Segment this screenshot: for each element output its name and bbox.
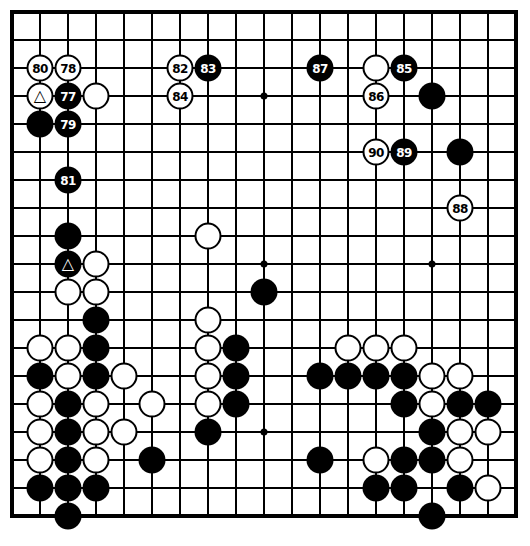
intersection-4-11[interactable] (82, 278, 110, 306)
intersection-10-11[interactable] (250, 278, 278, 306)
intersection-19-5[interactable] (502, 110, 530, 138)
intersection-11-4[interactable] (278, 82, 306, 110)
intersection-3-11[interactable] (54, 278, 82, 306)
intersection-18-5[interactable] (474, 110, 502, 138)
intersection-2-3[interactable]: 80 (26, 54, 54, 82)
intersection-13-14[interactable] (334, 362, 362, 390)
intersection-5-14[interactable] (110, 362, 138, 390)
intersection-5-8[interactable] (110, 194, 138, 222)
intersection-1-11[interactable] (0, 278, 26, 306)
intersection-4-18[interactable] (82, 474, 110, 502)
intersection-5-9[interactable] (110, 222, 138, 250)
intersection-17-11[interactable] (446, 278, 474, 306)
intersection-9-1[interactable] (222, 0, 250, 26)
intersection-15-17[interactable] (390, 446, 418, 474)
intersection-6-8[interactable] (138, 194, 166, 222)
intersection-15-6[interactable]: 89 (390, 138, 418, 166)
intersection-10-6[interactable] (250, 138, 278, 166)
intersection-16-14[interactable] (418, 362, 446, 390)
intersection-2-15[interactable] (26, 390, 54, 418)
intersection-7-2[interactable] (166, 26, 194, 54)
intersection-18-17[interactable] (474, 446, 502, 474)
intersection-9-2[interactable] (222, 26, 250, 54)
intersection-1-18[interactable] (0, 474, 26, 502)
intersection-10-12[interactable] (250, 306, 278, 334)
intersection-3-17[interactable] (54, 446, 82, 474)
intersection-1-14[interactable] (0, 362, 26, 390)
intersection-8-13[interactable] (194, 334, 222, 362)
intersection-9-12[interactable] (222, 306, 250, 334)
intersection-7-16[interactable] (166, 418, 194, 446)
intersection-13-9[interactable] (334, 222, 362, 250)
intersection-8-1[interactable] (194, 0, 222, 26)
intersection-3-3[interactable]: 78 (54, 54, 82, 82)
intersection-3-1[interactable] (54, 0, 82, 26)
intersection-4-3[interactable] (82, 54, 110, 82)
intersection-6-4[interactable] (138, 82, 166, 110)
intersection-17-15[interactable] (446, 390, 474, 418)
intersection-7-7[interactable] (166, 166, 194, 194)
intersection-16-2[interactable] (418, 26, 446, 54)
intersection-11-7[interactable] (278, 166, 306, 194)
intersection-4-7[interactable] (82, 166, 110, 194)
intersection-4-19[interactable] (82, 502, 110, 530)
intersection-12-12[interactable] (306, 306, 334, 334)
intersection-13-18[interactable] (334, 474, 362, 502)
intersection-8-19[interactable] (194, 502, 222, 530)
intersection-3-5[interactable]: 79 (54, 110, 82, 138)
intersection-3-16[interactable] (54, 418, 82, 446)
intersection-2-18[interactable] (26, 474, 54, 502)
intersection-6-16[interactable] (138, 418, 166, 446)
intersection-19-9[interactable] (502, 222, 530, 250)
intersection-19-12[interactable] (502, 306, 530, 334)
intersection-3-15[interactable] (54, 390, 82, 418)
intersection-2-2[interactable] (26, 26, 54, 54)
intersection-12-17[interactable] (306, 446, 334, 474)
intersection-6-3[interactable] (138, 54, 166, 82)
intersection-16-6[interactable] (418, 138, 446, 166)
intersection-10-13[interactable] (250, 334, 278, 362)
intersection-7-5[interactable] (166, 110, 194, 138)
intersection-11-10[interactable] (278, 250, 306, 278)
intersection-10-10[interactable] (250, 250, 278, 278)
intersection-15-1[interactable] (390, 0, 418, 26)
intersection-2-8[interactable] (26, 194, 54, 222)
intersection-1-9[interactable] (0, 222, 26, 250)
intersection-18-14[interactable] (474, 362, 502, 390)
intersection-6-2[interactable] (138, 26, 166, 54)
intersection-6-15[interactable] (138, 390, 166, 418)
intersection-1-3[interactable] (0, 54, 26, 82)
intersection-17-9[interactable] (446, 222, 474, 250)
intersection-3-12[interactable] (54, 306, 82, 334)
intersection-8-6[interactable] (194, 138, 222, 166)
intersection-12-15[interactable] (306, 390, 334, 418)
intersection-13-8[interactable] (334, 194, 362, 222)
intersection-11-5[interactable] (278, 110, 306, 138)
intersection-17-14[interactable] (446, 362, 474, 390)
intersection-5-2[interactable] (110, 26, 138, 54)
intersection-17-12[interactable] (446, 306, 474, 334)
intersection-5-17[interactable] (110, 446, 138, 474)
intersection-2-7[interactable] (26, 166, 54, 194)
intersection-2-4[interactable]: △ (26, 82, 54, 110)
intersection-11-2[interactable] (278, 26, 306, 54)
intersection-7-9[interactable] (166, 222, 194, 250)
intersection-8-5[interactable] (194, 110, 222, 138)
intersection-7-8[interactable] (166, 194, 194, 222)
intersection-16-15[interactable] (418, 390, 446, 418)
intersection-16-5[interactable] (418, 110, 446, 138)
intersection-6-10[interactable] (138, 250, 166, 278)
intersection-8-10[interactable] (194, 250, 222, 278)
intersection-6-17[interactable] (138, 446, 166, 474)
intersection-1-12[interactable] (0, 306, 26, 334)
intersection-13-13[interactable] (334, 334, 362, 362)
intersection-2-17[interactable] (26, 446, 54, 474)
intersection-17-8[interactable]: 88 (446, 194, 474, 222)
intersection-7-4[interactable]: 84 (166, 82, 194, 110)
intersection-2-1[interactable] (26, 0, 54, 26)
intersection-5-6[interactable] (110, 138, 138, 166)
intersection-9-15[interactable] (222, 390, 250, 418)
intersection-1-5[interactable] (0, 110, 26, 138)
intersection-14-18[interactable] (362, 474, 390, 502)
intersection-16-12[interactable] (418, 306, 446, 334)
intersection-14-7[interactable] (362, 166, 390, 194)
intersection-7-19[interactable] (166, 502, 194, 530)
intersection-11-1[interactable] (278, 0, 306, 26)
intersection-19-2[interactable] (502, 26, 530, 54)
intersection-12-4[interactable] (306, 82, 334, 110)
intersection-13-11[interactable] (334, 278, 362, 306)
intersection-18-8[interactable] (474, 194, 502, 222)
intersection-18-19[interactable] (474, 502, 502, 530)
intersection-1-17[interactable] (0, 446, 26, 474)
intersection-5-4[interactable] (110, 82, 138, 110)
intersection-2-19[interactable] (26, 502, 54, 530)
intersection-13-10[interactable] (334, 250, 362, 278)
intersection-9-18[interactable] (222, 474, 250, 502)
intersection-15-15[interactable] (390, 390, 418, 418)
intersection-7-11[interactable] (166, 278, 194, 306)
intersection-15-19[interactable] (390, 502, 418, 530)
intersection-4-15[interactable] (82, 390, 110, 418)
intersection-14-8[interactable] (362, 194, 390, 222)
intersection-9-6[interactable] (222, 138, 250, 166)
intersection-15-16[interactable] (390, 418, 418, 446)
intersection-16-9[interactable] (418, 222, 446, 250)
intersection-16-11[interactable] (418, 278, 446, 306)
intersection-12-19[interactable] (306, 502, 334, 530)
intersection-7-15[interactable] (166, 390, 194, 418)
intersection-17-19[interactable] (446, 502, 474, 530)
intersection-17-18[interactable] (446, 474, 474, 502)
intersection-14-2[interactable] (362, 26, 390, 54)
intersection-12-13[interactable] (306, 334, 334, 362)
intersection-17-16[interactable] (446, 418, 474, 446)
intersection-7-13[interactable] (166, 334, 194, 362)
intersection-11-3[interactable] (278, 54, 306, 82)
intersection-6-12[interactable] (138, 306, 166, 334)
intersection-16-19[interactable] (418, 502, 446, 530)
intersection-12-1[interactable] (306, 0, 334, 26)
intersection-12-6[interactable] (306, 138, 334, 166)
intersection-1-6[interactable] (0, 138, 26, 166)
intersection-4-12[interactable] (82, 306, 110, 334)
intersection-3-10[interactable]: △ (54, 250, 82, 278)
intersection-14-11[interactable] (362, 278, 390, 306)
intersection-17-13[interactable] (446, 334, 474, 362)
intersection-16-8[interactable] (418, 194, 446, 222)
intersection-16-1[interactable] (418, 0, 446, 26)
intersection-2-5[interactable] (26, 110, 54, 138)
intersection-9-9[interactable] (222, 222, 250, 250)
intersection-6-5[interactable] (138, 110, 166, 138)
intersection-6-14[interactable] (138, 362, 166, 390)
intersection-9-13[interactable] (222, 334, 250, 362)
intersection-13-15[interactable] (334, 390, 362, 418)
intersection-6-13[interactable] (138, 334, 166, 362)
intersection-5-15[interactable] (110, 390, 138, 418)
intersection-3-7[interactable]: 81 (54, 166, 82, 194)
intersection-15-8[interactable] (390, 194, 418, 222)
intersection-3-19[interactable] (54, 502, 82, 530)
intersection-13-5[interactable] (334, 110, 362, 138)
intersection-6-11[interactable] (138, 278, 166, 306)
intersection-10-3[interactable] (250, 54, 278, 82)
intersection-18-6[interactable] (474, 138, 502, 166)
intersection-10-5[interactable] (250, 110, 278, 138)
intersection-7-3[interactable]: 82 (166, 54, 194, 82)
intersection-5-13[interactable] (110, 334, 138, 362)
intersection-5-12[interactable] (110, 306, 138, 334)
intersection-16-16[interactable] (418, 418, 446, 446)
intersection-1-10[interactable] (0, 250, 26, 278)
intersection-4-16[interactable] (82, 418, 110, 446)
intersection-15-13[interactable] (390, 334, 418, 362)
intersection-19-1[interactable] (502, 0, 530, 26)
intersection-13-17[interactable] (334, 446, 362, 474)
intersection-9-7[interactable] (222, 166, 250, 194)
intersection-14-5[interactable] (362, 110, 390, 138)
intersection-17-3[interactable] (446, 54, 474, 82)
intersection-5-16[interactable] (110, 418, 138, 446)
intersection-7-1[interactable] (166, 0, 194, 26)
intersection-15-5[interactable] (390, 110, 418, 138)
intersection-18-10[interactable] (474, 250, 502, 278)
intersection-18-9[interactable] (474, 222, 502, 250)
intersection-9-11[interactable] (222, 278, 250, 306)
intersection-16-7[interactable] (418, 166, 446, 194)
intersection-14-3[interactable] (362, 54, 390, 82)
intersection-3-2[interactable] (54, 26, 82, 54)
intersection-8-12[interactable] (194, 306, 222, 334)
intersection-15-9[interactable] (390, 222, 418, 250)
intersection-19-16[interactable] (502, 418, 530, 446)
intersection-8-7[interactable] (194, 166, 222, 194)
intersection-14-15[interactable] (362, 390, 390, 418)
intersection-10-19[interactable] (250, 502, 278, 530)
intersection-1-7[interactable] (0, 166, 26, 194)
intersection-13-6[interactable] (334, 138, 362, 166)
intersection-5-5[interactable] (110, 110, 138, 138)
intersection-14-6[interactable]: 90 (362, 138, 390, 166)
intersection-12-18[interactable] (306, 474, 334, 502)
intersection-19-19[interactable] (502, 502, 530, 530)
intersection-6-6[interactable] (138, 138, 166, 166)
intersection-12-2[interactable] (306, 26, 334, 54)
intersection-11-17[interactable] (278, 446, 306, 474)
intersection-17-17[interactable] (446, 446, 474, 474)
intersection-12-10[interactable] (306, 250, 334, 278)
intersection-10-8[interactable] (250, 194, 278, 222)
intersection-6-18[interactable] (138, 474, 166, 502)
intersection-1-15[interactable] (0, 390, 26, 418)
intersection-19-8[interactable] (502, 194, 530, 222)
intersection-19-18[interactable] (502, 474, 530, 502)
intersection-10-4[interactable] (250, 82, 278, 110)
intersection-17-10[interactable] (446, 250, 474, 278)
intersection-12-9[interactable] (306, 222, 334, 250)
intersection-9-10[interactable] (222, 250, 250, 278)
intersection-2-6[interactable] (26, 138, 54, 166)
intersection-11-6[interactable] (278, 138, 306, 166)
intersection-2-13[interactable] (26, 334, 54, 362)
intersection-5-3[interactable] (110, 54, 138, 82)
intersection-5-19[interactable] (110, 502, 138, 530)
intersection-14-19[interactable] (362, 502, 390, 530)
intersection-3-14[interactable] (54, 362, 82, 390)
intersection-11-15[interactable] (278, 390, 306, 418)
intersection-19-11[interactable] (502, 278, 530, 306)
intersection-13-19[interactable] (334, 502, 362, 530)
intersection-13-4[interactable] (334, 82, 362, 110)
intersection-18-13[interactable] (474, 334, 502, 362)
intersection-11-13[interactable] (278, 334, 306, 362)
intersection-16-13[interactable] (418, 334, 446, 362)
intersection-19-7[interactable] (502, 166, 530, 194)
intersection-9-14[interactable] (222, 362, 250, 390)
intersection-19-4[interactable] (502, 82, 530, 110)
intersection-4-4[interactable] (82, 82, 110, 110)
intersection-15-3[interactable]: 85 (390, 54, 418, 82)
intersection-8-9[interactable] (194, 222, 222, 250)
intersection-1-19[interactable] (0, 502, 26, 530)
intersection-8-18[interactable] (194, 474, 222, 502)
intersection-16-3[interactable] (418, 54, 446, 82)
intersection-10-15[interactable] (250, 390, 278, 418)
intersection-11-12[interactable] (278, 306, 306, 334)
intersection-17-1[interactable] (446, 0, 474, 26)
intersection-19-14[interactable] (502, 362, 530, 390)
intersection-14-16[interactable] (362, 418, 390, 446)
intersection-15-7[interactable] (390, 166, 418, 194)
intersection-10-9[interactable] (250, 222, 278, 250)
intersection-11-19[interactable] (278, 502, 306, 530)
intersection-17-7[interactable] (446, 166, 474, 194)
intersection-17-5[interactable] (446, 110, 474, 138)
intersection-18-4[interactable] (474, 82, 502, 110)
intersection-14-4[interactable]: 86 (362, 82, 390, 110)
intersection-14-17[interactable] (362, 446, 390, 474)
intersection-7-6[interactable] (166, 138, 194, 166)
intersection-10-17[interactable] (250, 446, 278, 474)
intersection-5-18[interactable] (110, 474, 138, 502)
intersection-1-2[interactable] (0, 26, 26, 54)
intersection-5-7[interactable] (110, 166, 138, 194)
intersection-2-10[interactable] (26, 250, 54, 278)
intersection-16-18[interactable] (418, 474, 446, 502)
intersection-4-8[interactable] (82, 194, 110, 222)
intersection-11-8[interactable] (278, 194, 306, 222)
intersection-6-9[interactable] (138, 222, 166, 250)
intersection-9-8[interactable] (222, 194, 250, 222)
intersection-5-10[interactable] (110, 250, 138, 278)
intersection-12-11[interactable] (306, 278, 334, 306)
intersection-3-13[interactable] (54, 334, 82, 362)
intersection-18-15[interactable] (474, 390, 502, 418)
intersection-6-7[interactable] (138, 166, 166, 194)
intersection-8-17[interactable] (194, 446, 222, 474)
intersection-7-17[interactable] (166, 446, 194, 474)
intersection-14-12[interactable] (362, 306, 390, 334)
intersection-14-1[interactable] (362, 0, 390, 26)
intersection-1-8[interactable] (0, 194, 26, 222)
intersection-10-7[interactable] (250, 166, 278, 194)
intersection-15-2[interactable] (390, 26, 418, 54)
intersection-13-7[interactable] (334, 166, 362, 194)
intersection-18-12[interactable] (474, 306, 502, 334)
intersection-4-14[interactable] (82, 362, 110, 390)
intersection-4-17[interactable] (82, 446, 110, 474)
intersection-17-6[interactable] (446, 138, 474, 166)
intersection-2-9[interactable] (26, 222, 54, 250)
intersection-15-12[interactable] (390, 306, 418, 334)
intersection-17-4[interactable] (446, 82, 474, 110)
intersection-5-1[interactable] (110, 0, 138, 26)
intersection-7-14[interactable] (166, 362, 194, 390)
intersection-9-3[interactable] (222, 54, 250, 82)
intersection-10-18[interactable] (250, 474, 278, 502)
intersection-4-6[interactable] (82, 138, 110, 166)
intersection-19-15[interactable] (502, 390, 530, 418)
intersection-4-10[interactable] (82, 250, 110, 278)
intersection-14-9[interactable] (362, 222, 390, 250)
intersection-4-5[interactable] (82, 110, 110, 138)
intersection-2-16[interactable] (26, 418, 54, 446)
intersection-14-13[interactable] (362, 334, 390, 362)
intersection-4-13[interactable] (82, 334, 110, 362)
intersection-18-2[interactable] (474, 26, 502, 54)
intersection-13-16[interactable] (334, 418, 362, 446)
intersection-18-3[interactable] (474, 54, 502, 82)
intersection-16-4[interactable] (418, 82, 446, 110)
intersection-1-1[interactable] (0, 0, 26, 26)
intersection-11-14[interactable] (278, 362, 306, 390)
intersection-13-1[interactable] (334, 0, 362, 26)
intersection-8-11[interactable] (194, 278, 222, 306)
intersection-10-16[interactable] (250, 418, 278, 446)
intersection-6-19[interactable] (138, 502, 166, 530)
intersection-18-11[interactable] (474, 278, 502, 306)
intersection-8-2[interactable] (194, 26, 222, 54)
intersection-18-1[interactable] (474, 0, 502, 26)
intersection-16-10[interactable] (418, 250, 446, 278)
intersection-1-13[interactable] (0, 334, 26, 362)
intersection-4-1[interactable] (82, 0, 110, 26)
